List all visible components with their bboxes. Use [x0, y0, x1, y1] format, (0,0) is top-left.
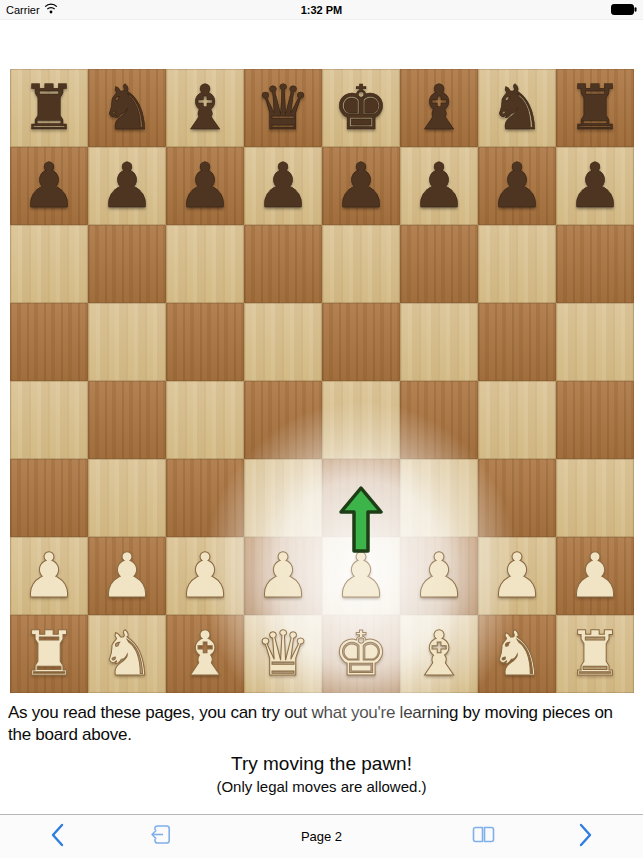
piece-black-pawn[interactable]: ♟: [567, 147, 623, 225]
piece-white-queen[interactable]: ♛: [255, 615, 311, 693]
square-g7[interactable]: ♟: [478, 147, 556, 225]
square-a4[interactable]: [10, 381, 88, 459]
square-c4[interactable]: [166, 381, 244, 459]
square-c5[interactable]: [166, 303, 244, 381]
piece-white-pawn[interactable]: ♟: [99, 537, 155, 615]
square-f1[interactable]: ♝: [400, 615, 478, 693]
square-c8[interactable]: ♝: [166, 69, 244, 147]
square-d1[interactable]: ♛: [244, 615, 322, 693]
square-f7[interactable]: ♟: [400, 147, 478, 225]
instructions-headline: Try moving the pawn!: [8, 753, 635, 775]
piece-black-pawn[interactable]: ♟: [99, 147, 155, 225]
next-page-button[interactable]: [569, 815, 601, 858]
square-a3[interactable]: [10, 459, 88, 537]
square-f8[interactable]: ♝: [400, 69, 478, 147]
piece-black-pawn[interactable]: ♟: [21, 147, 77, 225]
square-g2[interactable]: ♟: [478, 537, 556, 615]
piece-black-pawn[interactable]: ♟: [255, 147, 311, 225]
square-d6[interactable]: [244, 225, 322, 303]
square-e7[interactable]: ♟: [322, 147, 400, 225]
square-g8[interactable]: ♞: [478, 69, 556, 147]
square-e3[interactable]: [322, 459, 400, 537]
piece-white-knight[interactable]: ♞: [99, 615, 155, 693]
square-g3[interactable]: [478, 459, 556, 537]
square-b3[interactable]: [88, 459, 166, 537]
piece-white-pawn[interactable]: ♟: [255, 537, 311, 615]
piece-black-queen[interactable]: ♛: [255, 69, 311, 147]
piece-black-bishop[interactable]: ♝: [177, 69, 233, 147]
piece-white-pawn[interactable]: ♟: [333, 537, 389, 615]
piece-white-knight[interactable]: ♞: [489, 615, 545, 693]
square-d2[interactable]: ♟: [244, 537, 322, 615]
square-b8[interactable]: ♞: [88, 69, 166, 147]
square-e6[interactable]: [322, 225, 400, 303]
square-g1[interactable]: ♞: [478, 615, 556, 693]
square-g6[interactable]: [478, 225, 556, 303]
square-h3[interactable]: [556, 459, 634, 537]
square-e1[interactable]: ♚: [322, 615, 400, 693]
square-h1[interactable]: ♜: [556, 615, 634, 693]
piece-white-rook[interactable]: ♜: [21, 615, 77, 693]
square-h5[interactable]: [556, 303, 634, 381]
piece-black-pawn[interactable]: ♟: [177, 147, 233, 225]
square-h6[interactable]: [556, 225, 634, 303]
square-h2[interactable]: ♟: [556, 537, 634, 615]
square-f3[interactable]: [400, 459, 478, 537]
piece-black-rook[interactable]: ♜: [21, 69, 77, 147]
piece-white-king[interactable]: ♚: [333, 615, 389, 693]
table-of-contents-button[interactable]: [467, 815, 499, 858]
status-bar: Carrier 1:32 PM: [0, 0, 643, 20]
piece-white-bishop[interactable]: ♝: [177, 615, 233, 693]
square-a1[interactable]: ♜: [10, 615, 88, 693]
square-e4[interactable]: [322, 381, 400, 459]
piece-white-pawn[interactable]: ♟: [489, 537, 545, 615]
piece-white-pawn[interactable]: ♟: [567, 537, 623, 615]
square-c3[interactable]: [166, 459, 244, 537]
square-h4[interactable]: [556, 381, 634, 459]
square-b2[interactable]: ♟: [88, 537, 166, 615]
square-e8[interactable]: ♚: [322, 69, 400, 147]
square-h7[interactable]: ♟: [556, 147, 634, 225]
square-a5[interactable]: [10, 303, 88, 381]
square-c2[interactable]: ♟: [166, 537, 244, 615]
piece-white-rook[interactable]: ♜: [567, 615, 623, 693]
square-g4[interactable]: [478, 381, 556, 459]
square-a8[interactable]: ♜: [10, 69, 88, 147]
square-f4[interactable]: [400, 381, 478, 459]
instructions-block: As you read these pages, you can try out…: [0, 693, 643, 795]
square-f6[interactable]: [400, 225, 478, 303]
piece-white-pawn[interactable]: ♟: [177, 537, 233, 615]
square-d8[interactable]: ♛: [244, 69, 322, 147]
bottom-toolbar: Page 2: [0, 814, 643, 858]
square-a2[interactable]: ♟: [10, 537, 88, 615]
page-indicator: Page 2: [0, 815, 643, 858]
piece-black-bishop[interactable]: ♝: [411, 69, 467, 147]
piece-black-rook[interactable]: ♜: [567, 69, 623, 147]
square-h8[interactable]: ♜: [556, 69, 634, 147]
chess-board[interactable]: ♜♞♝♛♚♝♞♜♟♟♟♟♟♟♟♟♟♟♟♟♟♟♟♟♜♞♝♛♚♝♞♜: [10, 69, 634, 693]
open-book-icon: [470, 824, 497, 849]
square-e2[interactable]: ♟: [322, 537, 400, 615]
square-d3[interactable]: [244, 459, 322, 537]
square-a6[interactable]: [10, 225, 88, 303]
status-time: 1:32 PM: [0, 4, 643, 16]
square-c6[interactable]: [166, 225, 244, 303]
piece-black-pawn[interactable]: ♟: [489, 147, 545, 225]
piece-black-knight[interactable]: ♞: [99, 69, 155, 147]
square-d5[interactable]: [244, 303, 322, 381]
piece-white-pawn[interactable]: ♟: [411, 537, 467, 615]
instructions-paragraph: As you read these pages, you can try out…: [8, 702, 635, 746]
square-b5[interactable]: [88, 303, 166, 381]
instructions-subtext: (Only legal moves are allowed.): [8, 778, 635, 795]
square-d4[interactable]: [244, 381, 322, 459]
square-b4[interactable]: [88, 381, 166, 459]
square-b1[interactable]: ♞: [88, 615, 166, 693]
piece-white-pawn[interactable]: ♟: [21, 537, 77, 615]
square-b6[interactable]: [88, 225, 166, 303]
square-e5[interactable]: [322, 303, 400, 381]
square-f5[interactable]: [400, 303, 478, 381]
piece-black-knight[interactable]: ♞: [489, 69, 545, 147]
square-g5[interactable]: [478, 303, 556, 381]
square-c7[interactable]: ♟: [166, 147, 244, 225]
square-c1[interactable]: ♝: [166, 615, 244, 693]
square-a7[interactable]: ♟: [10, 147, 88, 225]
piece-black-king[interactable]: ♚: [333, 69, 389, 147]
square-d7[interactable]: ♟: [244, 147, 322, 225]
chevron-right-icon: [578, 822, 593, 852]
square-b7[interactable]: ♟: [88, 147, 166, 225]
piece-white-bishop[interactable]: ♝: [411, 615, 467, 693]
square-f2[interactable]: ♟: [400, 537, 478, 615]
piece-black-pawn[interactable]: ♟: [333, 147, 389, 225]
piece-black-pawn[interactable]: ♟: [411, 147, 467, 225]
